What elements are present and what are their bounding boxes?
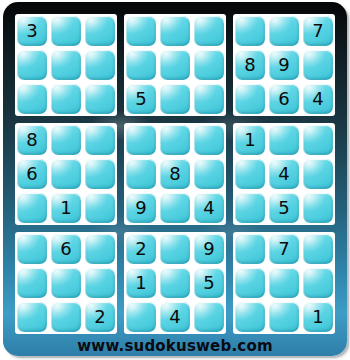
cell-r1c3[interactable] — [85, 16, 115, 46]
cell-r3c9[interactable]: 4 — [303, 84, 333, 114]
cell-r4c8[interactable] — [269, 125, 299, 155]
cell-r7c7[interactable] — [235, 234, 265, 264]
cell-r7c8[interactable]: 7 — [269, 234, 299, 264]
cell-r9c9[interactable]: 1 — [303, 302, 333, 332]
cell-r6c9[interactable] — [303, 193, 333, 223]
sudoku-box-7: 62 — [15, 232, 117, 334]
cell-r5c2[interactable] — [51, 159, 81, 189]
cell-r2c6[interactable] — [194, 50, 224, 80]
cell-r6c7[interactable] — [235, 193, 265, 223]
cell-r7c9[interactable] — [303, 234, 333, 264]
cell-r7c2[interactable]: 6 — [51, 234, 81, 264]
board-frame: 3578964861894145622915471 www.sudokusweb… — [3, 2, 347, 356]
cell-r7c5[interactable] — [160, 234, 190, 264]
cell-r2c4[interactable] — [126, 50, 156, 80]
cell-r3c1[interactable] — [17, 84, 47, 114]
cell-r7c6[interactable]: 9 — [194, 234, 224, 264]
cell-r9c2[interactable] — [51, 302, 81, 332]
cell-r1c8[interactable] — [269, 16, 299, 46]
cell-r5c9[interactable] — [303, 159, 333, 189]
cell-r7c3[interactable] — [85, 234, 115, 264]
cell-r4c2[interactable] — [51, 125, 81, 155]
cell-r6c8[interactable]: 5 — [269, 193, 299, 223]
cell-r5c7[interactable] — [235, 159, 265, 189]
cell-r9c1[interactable] — [17, 302, 47, 332]
cell-r9c3[interactable]: 2 — [85, 302, 115, 332]
cell-r1c7[interactable] — [235, 16, 265, 46]
cell-r4c4[interactable] — [126, 125, 156, 155]
cell-r6c4[interactable]: 9 — [126, 193, 156, 223]
cell-r3c2[interactable] — [51, 84, 81, 114]
cell-r5c3[interactable] — [85, 159, 115, 189]
cell-r7c4[interactable]: 2 — [126, 234, 156, 264]
cell-r1c4[interactable] — [126, 16, 156, 46]
cell-r3c5[interactable] — [160, 84, 190, 114]
cell-r4c1[interactable]: 8 — [17, 125, 47, 155]
cell-r7c1[interactable] — [17, 234, 47, 264]
sudoku-box-1: 3 — [15, 14, 117, 116]
cell-r6c2[interactable]: 1 — [51, 193, 81, 223]
cell-r8c6[interactable]: 5 — [194, 268, 224, 298]
cell-r6c5[interactable] — [160, 193, 190, 223]
cell-r6c3[interactable] — [85, 193, 115, 223]
cell-r5c8[interactable]: 4 — [269, 159, 299, 189]
sudoku-box-8: 29154 — [124, 232, 226, 334]
cell-r9c5[interactable]: 4 — [160, 302, 190, 332]
cell-r3c3[interactable] — [85, 84, 115, 114]
cell-r9c7[interactable] — [235, 302, 265, 332]
cell-r8c5[interactable] — [160, 268, 190, 298]
sudoku-box-5: 894 — [124, 123, 226, 225]
sudoku-box-6: 145 — [233, 123, 335, 225]
cell-r8c7[interactable] — [235, 268, 265, 298]
site-url-text: www.sudokusweb.com — [15, 334, 335, 357]
cell-r2c8[interactable]: 9 — [269, 50, 299, 80]
sudoku-page: 3578964861894145622915471 www.sudokusweb… — [0, 0, 350, 360]
cell-r9c4[interactable] — [126, 302, 156, 332]
cell-r9c8[interactable] — [269, 302, 299, 332]
cell-r3c6[interactable] — [194, 84, 224, 114]
cell-r4c6[interactable] — [194, 125, 224, 155]
cell-r8c4[interactable]: 1 — [126, 268, 156, 298]
cell-r8c3[interactable] — [85, 268, 115, 298]
cell-r3c4[interactable]: 5 — [126, 84, 156, 114]
cell-r6c1[interactable] — [17, 193, 47, 223]
cell-r2c7[interactable]: 8 — [235, 50, 265, 80]
cell-r5c1[interactable]: 6 — [17, 159, 47, 189]
cell-r1c1[interactable]: 3 — [17, 16, 47, 46]
cell-r1c6[interactable] — [194, 16, 224, 46]
cell-r1c9[interactable]: 7 — [303, 16, 333, 46]
sudoku-box-3: 78964 — [233, 14, 335, 116]
cell-r1c2[interactable] — [51, 16, 81, 46]
cell-r2c9[interactable] — [303, 50, 333, 80]
sudoku-box-2: 5 — [124, 14, 226, 116]
cell-r6c6[interactable]: 4 — [194, 193, 224, 223]
cell-r4c7[interactable]: 1 — [235, 125, 265, 155]
sudoku-grid: 3578964861894145622915471 — [15, 14, 335, 334]
cell-r3c8[interactable]: 6 — [269, 84, 299, 114]
cell-r4c3[interactable] — [85, 125, 115, 155]
cell-r5c4[interactable] — [126, 159, 156, 189]
cell-r8c1[interactable] — [17, 268, 47, 298]
sudoku-box-9: 71 — [233, 232, 335, 334]
sudoku-box-4: 861 — [15, 123, 117, 225]
cell-r2c3[interactable] — [85, 50, 115, 80]
cell-r8c9[interactable] — [303, 268, 333, 298]
cell-r3c7[interactable] — [235, 84, 265, 114]
cell-r2c2[interactable] — [51, 50, 81, 80]
cell-r8c2[interactable] — [51, 268, 81, 298]
cell-r4c9[interactable] — [303, 125, 333, 155]
cell-r5c5[interactable]: 8 — [160, 159, 190, 189]
cell-r9c6[interactable] — [194, 302, 224, 332]
cell-r1c5[interactable] — [160, 16, 190, 46]
cell-r2c5[interactable] — [160, 50, 190, 80]
cell-r4c5[interactable] — [160, 125, 190, 155]
cell-r8c8[interactable] — [269, 268, 299, 298]
cell-r5c6[interactable] — [194, 159, 224, 189]
cell-r2c1[interactable] — [17, 50, 47, 80]
